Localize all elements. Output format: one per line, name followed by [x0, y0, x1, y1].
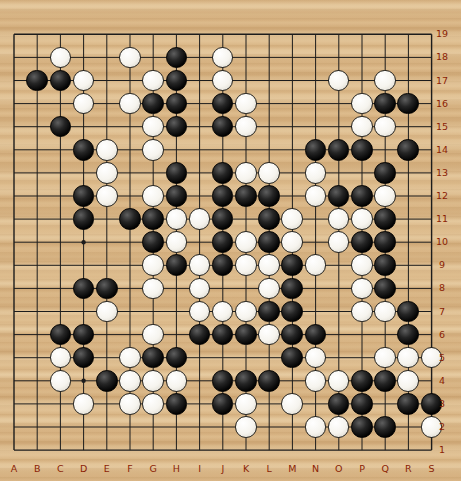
board-point-Q3[interactable] — [373, 392, 396, 415]
board-point-R2[interactable] — [397, 415, 420, 438]
board-point-J7[interactable] — [211, 300, 234, 323]
board-point-P18[interactable] — [350, 46, 373, 69]
board-point-N10[interactable] — [304, 231, 327, 254]
board-point-I14[interactable] — [188, 138, 211, 161]
board-point-L5[interactable] — [257, 346, 280, 369]
board-point-K3[interactable] — [234, 392, 257, 415]
board-point-D3[interactable] — [72, 392, 95, 415]
board-point-D8[interactable] — [72, 277, 95, 300]
board-point-F17[interactable] — [118, 69, 141, 92]
board-point-M11[interactable] — [281, 208, 304, 231]
board-point-R15[interactable] — [397, 115, 420, 138]
board-point-Q16[interactable] — [373, 92, 396, 115]
board-point-Q19[interactable] — [373, 23, 396, 46]
board-point-M5[interactable] — [281, 346, 304, 369]
board-point-D15[interactable] — [72, 115, 95, 138]
board-point-J12[interactable] — [211, 184, 234, 207]
board-point-K14[interactable] — [234, 138, 257, 161]
board-point-K6[interactable] — [234, 323, 257, 346]
board-point-D2[interactable] — [72, 415, 95, 438]
board-point-F13[interactable] — [118, 161, 141, 184]
board-point-B4[interactable] — [26, 369, 49, 392]
board-point-I3[interactable] — [188, 392, 211, 415]
board-point-Q2[interactable] — [373, 415, 396, 438]
board-point-H10[interactable] — [165, 231, 188, 254]
board-point-H4[interactable] — [165, 369, 188, 392]
board-point-C17[interactable] — [49, 69, 72, 92]
board-point-R6[interactable] — [397, 323, 420, 346]
board-point-K1[interactable] — [234, 438, 257, 461]
board-point-G12[interactable] — [142, 184, 165, 207]
board-point-A14[interactable] — [2, 138, 25, 161]
board-point-D11[interactable] — [72, 208, 95, 231]
board-point-K5[interactable] — [234, 346, 257, 369]
board-point-I2[interactable] — [188, 415, 211, 438]
board-point-L14[interactable] — [257, 138, 280, 161]
board-point-G9[interactable] — [142, 254, 165, 277]
board-point-G14[interactable] — [142, 138, 165, 161]
board-point-R3[interactable] — [397, 392, 420, 415]
board-point-P11[interactable] — [350, 208, 373, 231]
board-point-Q7[interactable] — [373, 300, 396, 323]
board-point-Q9[interactable] — [373, 254, 396, 277]
board-point-P8[interactable] — [350, 277, 373, 300]
board-point-K19[interactable] — [234, 23, 257, 46]
board-point-Q14[interactable] — [373, 138, 396, 161]
board-point-K16[interactable] — [234, 92, 257, 115]
board-point-L3[interactable] — [257, 392, 280, 415]
board-point-Q5[interactable] — [373, 346, 396, 369]
board-point-G13[interactable] — [142, 161, 165, 184]
board-point-A12[interactable] — [2, 184, 25, 207]
board-point-D5[interactable] — [72, 346, 95, 369]
board-point-Q6[interactable] — [373, 323, 396, 346]
board-point-D18[interactable] — [72, 46, 95, 69]
board-point-H19[interactable] — [165, 23, 188, 46]
board-point-F15[interactable] — [118, 115, 141, 138]
board-point-J16[interactable] — [211, 92, 234, 115]
board-point-N14[interactable] — [304, 138, 327, 161]
board-point-D1[interactable] — [72, 438, 95, 461]
board-point-B15[interactable] — [26, 115, 49, 138]
board-point-N12[interactable] — [304, 184, 327, 207]
board-point-H7[interactable] — [165, 300, 188, 323]
board-point-L17[interactable] — [257, 69, 280, 92]
board-point-F2[interactable] — [118, 415, 141, 438]
board-point-J2[interactable] — [211, 415, 234, 438]
board-point-O17[interactable] — [327, 69, 350, 92]
board-point-F1[interactable] — [118, 438, 141, 461]
board-point-G5[interactable] — [142, 346, 165, 369]
board-point-M1[interactable] — [281, 438, 304, 461]
board-point-C11[interactable] — [49, 208, 72, 231]
board-point-B12[interactable] — [26, 184, 49, 207]
board-point-H6[interactable] — [165, 323, 188, 346]
board-point-N2[interactable] — [304, 415, 327, 438]
board-point-H8[interactable] — [165, 277, 188, 300]
board-point-O10[interactable] — [327, 231, 350, 254]
board-point-H12[interactable] — [165, 184, 188, 207]
board-point-K18[interactable] — [234, 46, 257, 69]
board-point-J1[interactable] — [211, 438, 234, 461]
board-point-E1[interactable] — [95, 438, 118, 461]
board-point-I16[interactable] — [188, 92, 211, 115]
board-point-G18[interactable] — [142, 46, 165, 69]
board-point-O18[interactable] — [327, 46, 350, 69]
board-point-A13[interactable] — [2, 161, 25, 184]
board-point-C12[interactable] — [49, 184, 72, 207]
board-point-A2[interactable] — [2, 415, 25, 438]
board-point-G8[interactable] — [142, 277, 165, 300]
board-point-O14[interactable] — [327, 138, 350, 161]
board-point-R18[interactable] — [397, 46, 420, 69]
board-point-O7[interactable] — [327, 300, 350, 323]
board-point-O11[interactable] — [327, 208, 350, 231]
board-point-J19[interactable] — [211, 23, 234, 46]
board-point-G16[interactable] — [142, 92, 165, 115]
board-point-M17[interactable] — [281, 69, 304, 92]
board-point-Q10[interactable] — [373, 231, 396, 254]
board-point-C18[interactable] — [49, 46, 72, 69]
board-point-E15[interactable] — [95, 115, 118, 138]
board-point-P12[interactable] — [350, 184, 373, 207]
board-point-E6[interactable] — [95, 323, 118, 346]
board-point-B5[interactable] — [26, 346, 49, 369]
board-point-P16[interactable] — [350, 92, 373, 115]
board-point-N13[interactable] — [304, 161, 327, 184]
board-point-I13[interactable] — [188, 161, 211, 184]
board-point-J6[interactable] — [211, 323, 234, 346]
board-point-A17[interactable] — [2, 69, 25, 92]
board-point-M2[interactable] — [281, 415, 304, 438]
board-point-J14[interactable] — [211, 138, 234, 161]
board-point-Q12[interactable] — [373, 184, 396, 207]
board-point-P5[interactable] — [350, 346, 373, 369]
board-point-H15[interactable] — [165, 115, 188, 138]
board-point-B1[interactable] — [26, 438, 49, 461]
board-point-E12[interactable] — [95, 184, 118, 207]
board-point-C13[interactable] — [49, 161, 72, 184]
board-point-D16[interactable] — [72, 92, 95, 115]
board-point-R16[interactable] — [397, 92, 420, 115]
board-point-D7[interactable] — [72, 300, 95, 323]
board-point-M19[interactable] — [281, 23, 304, 46]
board-point-M13[interactable] — [281, 161, 304, 184]
board-point-F5[interactable] — [118, 346, 141, 369]
board-point-O6[interactable] — [327, 323, 350, 346]
board-point-C4[interactable] — [49, 369, 72, 392]
board-point-J11[interactable] — [211, 208, 234, 231]
board-point-E2[interactable] — [95, 415, 118, 438]
board-point-M7[interactable] — [281, 300, 304, 323]
board-point-I9[interactable] — [188, 254, 211, 277]
board-point-I11[interactable] — [188, 208, 211, 231]
board-point-Q15[interactable] — [373, 115, 396, 138]
board-point-C9[interactable] — [49, 254, 72, 277]
board-point-N17[interactable] — [304, 69, 327, 92]
board-point-A9[interactable] — [2, 254, 25, 277]
board-point-E7[interactable] — [95, 300, 118, 323]
board-point-F3[interactable] — [118, 392, 141, 415]
board-point-L4[interactable] — [257, 369, 280, 392]
board-point-B3[interactable] — [26, 392, 49, 415]
board-point-N1[interactable] — [304, 438, 327, 461]
board-point-I7[interactable] — [188, 300, 211, 323]
board-point-P9[interactable] — [350, 254, 373, 277]
board-point-J17[interactable] — [211, 69, 234, 92]
board-point-I6[interactable] — [188, 323, 211, 346]
board-point-P1[interactable] — [350, 438, 373, 461]
board-point-A16[interactable] — [2, 92, 25, 115]
board-point-C5[interactable] — [49, 346, 72, 369]
board-point-B16[interactable] — [26, 92, 49, 115]
board-point-D9[interactable] — [72, 254, 95, 277]
board-point-O19[interactable] — [327, 23, 350, 46]
board-point-M6[interactable] — [281, 323, 304, 346]
board-point-L18[interactable] — [257, 46, 280, 69]
board-point-A11[interactable] — [2, 208, 25, 231]
board-point-H5[interactable] — [165, 346, 188, 369]
board-point-R10[interactable] — [397, 231, 420, 254]
board-point-P15[interactable] — [350, 115, 373, 138]
board-point-D19[interactable] — [72, 23, 95, 46]
board-point-A4[interactable] — [2, 369, 25, 392]
board-point-G15[interactable] — [142, 115, 165, 138]
board-point-F4[interactable] — [118, 369, 141, 392]
board-point-I8[interactable] — [188, 277, 211, 300]
board-point-O4[interactable] — [327, 369, 350, 392]
board-point-N16[interactable] — [304, 92, 327, 115]
board-point-P14[interactable] — [350, 138, 373, 161]
board-point-C10[interactable] — [49, 231, 72, 254]
board-point-L1[interactable] — [257, 438, 280, 461]
board-point-F16[interactable] — [118, 92, 141, 115]
board-point-H1[interactable] — [165, 438, 188, 461]
board-point-H3[interactable] — [165, 392, 188, 415]
board-point-F7[interactable] — [118, 300, 141, 323]
board-point-E4[interactable] — [95, 369, 118, 392]
board-point-K17[interactable] — [234, 69, 257, 92]
board-point-M18[interactable] — [281, 46, 304, 69]
board-point-A6[interactable] — [2, 323, 25, 346]
board-point-P10[interactable] — [350, 231, 373, 254]
board-point-C19[interactable] — [49, 23, 72, 46]
board-point-B9[interactable] — [26, 254, 49, 277]
board-point-F19[interactable] — [118, 23, 141, 46]
board-point-N5[interactable] — [304, 346, 327, 369]
board-point-M9[interactable] — [281, 254, 304, 277]
board-point-L13[interactable] — [257, 161, 280, 184]
board-point-B2[interactable] — [26, 415, 49, 438]
board-point-M16[interactable] — [281, 92, 304, 115]
board-point-D14[interactable] — [72, 138, 95, 161]
board-point-O1[interactable] — [327, 438, 350, 461]
board-point-B7[interactable] — [26, 300, 49, 323]
board-point-J8[interactable] — [211, 277, 234, 300]
board-point-L10[interactable] — [257, 231, 280, 254]
board-point-M8[interactable] — [281, 277, 304, 300]
board-point-I19[interactable] — [188, 23, 211, 46]
board-point-I15[interactable] — [188, 115, 211, 138]
board-point-N19[interactable] — [304, 23, 327, 46]
board-point-L7[interactable] — [257, 300, 280, 323]
board-point-G7[interactable] — [142, 300, 165, 323]
board-point-R4[interactable] — [397, 369, 420, 392]
board-point-A18[interactable] — [2, 46, 25, 69]
board-point-M10[interactable] — [281, 231, 304, 254]
board-point-R1[interactable] — [397, 438, 420, 461]
board-point-A5[interactable] — [2, 346, 25, 369]
board-point-P6[interactable] — [350, 323, 373, 346]
board-point-L6[interactable] — [257, 323, 280, 346]
board-point-G11[interactable] — [142, 208, 165, 231]
board-point-B18[interactable] — [26, 46, 49, 69]
board-point-J18[interactable] — [211, 46, 234, 69]
board-point-C15[interactable] — [49, 115, 72, 138]
board-point-O5[interactable] — [327, 346, 350, 369]
board-point-M12[interactable] — [281, 184, 304, 207]
board-point-E16[interactable] — [95, 92, 118, 115]
board-point-P13[interactable] — [350, 161, 373, 184]
board-point-I10[interactable] — [188, 231, 211, 254]
board-point-J10[interactable] — [211, 231, 234, 254]
board-point-K15[interactable] — [234, 115, 257, 138]
board-point-C1[interactable] — [49, 438, 72, 461]
board-point-F10[interactable] — [118, 231, 141, 254]
board-point-K11[interactable] — [234, 208, 257, 231]
board-point-B13[interactable] — [26, 161, 49, 184]
board-point-A10[interactable] — [2, 231, 25, 254]
board-point-J9[interactable] — [211, 254, 234, 277]
board-point-O13[interactable] — [327, 161, 350, 184]
board-point-K9[interactable] — [234, 254, 257, 277]
board-point-F14[interactable] — [118, 138, 141, 161]
board-point-C8[interactable] — [49, 277, 72, 300]
board-point-D6[interactable] — [72, 323, 95, 346]
board-point-E5[interactable] — [95, 346, 118, 369]
board-point-K12[interactable] — [234, 184, 257, 207]
board-point-F6[interactable] — [118, 323, 141, 346]
board-point-Q11[interactable] — [373, 208, 396, 231]
board-point-R17[interactable] — [397, 69, 420, 92]
board-point-L2[interactable] — [257, 415, 280, 438]
board-point-H2[interactable] — [165, 415, 188, 438]
board-point-K8[interactable] — [234, 277, 257, 300]
board-point-C14[interactable] — [49, 138, 72, 161]
board-point-M4[interactable] — [281, 369, 304, 392]
board-point-P3[interactable] — [350, 392, 373, 415]
board-point-N8[interactable] — [304, 277, 327, 300]
board-point-H16[interactable] — [165, 92, 188, 115]
board-point-R13[interactable] — [397, 161, 420, 184]
board-point-F8[interactable] — [118, 277, 141, 300]
board-point-E14[interactable] — [95, 138, 118, 161]
board-point-I12[interactable] — [188, 184, 211, 207]
board-point-O16[interactable] — [327, 92, 350, 115]
board-point-R14[interactable] — [397, 138, 420, 161]
board-point-N4[interactable] — [304, 369, 327, 392]
board-point-C3[interactable] — [49, 392, 72, 415]
board-point-O8[interactable] — [327, 277, 350, 300]
board-point-N18[interactable] — [304, 46, 327, 69]
board-point-E18[interactable] — [95, 46, 118, 69]
board-point-F9[interactable] — [118, 254, 141, 277]
board-point-I5[interactable] — [188, 346, 211, 369]
board-point-E10[interactable] — [95, 231, 118, 254]
board-point-K2[interactable] — [234, 415, 257, 438]
board-point-D17[interactable] — [72, 69, 95, 92]
board-point-M14[interactable] — [281, 138, 304, 161]
board-point-N3[interactable] — [304, 392, 327, 415]
board-point-H13[interactable] — [165, 161, 188, 184]
board-point-Q8[interactable] — [373, 277, 396, 300]
board-point-B11[interactable] — [26, 208, 49, 231]
board-point-Q18[interactable] — [373, 46, 396, 69]
board-point-I1[interactable] — [188, 438, 211, 461]
board-point-A1[interactable] — [2, 438, 25, 461]
board-point-J13[interactable] — [211, 161, 234, 184]
board-point-F11[interactable] — [118, 208, 141, 231]
board-point-E13[interactable] — [95, 161, 118, 184]
board-point-H11[interactable] — [165, 208, 188, 231]
board-point-E11[interactable] — [95, 208, 118, 231]
board-point-E9[interactable] — [95, 254, 118, 277]
board-point-O2[interactable] — [327, 415, 350, 438]
board-point-B10[interactable] — [26, 231, 49, 254]
board-point-N7[interactable] — [304, 300, 327, 323]
board-point-J5[interactable] — [211, 346, 234, 369]
board-point-E17[interactable] — [95, 69, 118, 92]
board-point-G6[interactable] — [142, 323, 165, 346]
board-point-L15[interactable] — [257, 115, 280, 138]
board-point-R5[interactable] — [397, 346, 420, 369]
board-point-F12[interactable] — [118, 184, 141, 207]
go-board-grid[interactable] — [2, 23, 443, 462]
board-point-L19[interactable] — [257, 23, 280, 46]
board-point-N11[interactable] — [304, 208, 327, 231]
board-point-C16[interactable] — [49, 92, 72, 115]
board-point-R11[interactable] — [397, 208, 420, 231]
board-point-K7[interactable] — [234, 300, 257, 323]
board-point-G3[interactable] — [142, 392, 165, 415]
board-point-K13[interactable] — [234, 161, 257, 184]
board-point-M3[interactable] — [281, 392, 304, 415]
board-point-P4[interactable] — [350, 369, 373, 392]
board-point-N6[interactable] — [304, 323, 327, 346]
board-point-J3[interactable] — [211, 392, 234, 415]
board-point-G2[interactable] — [142, 415, 165, 438]
board-point-B14[interactable] — [26, 138, 49, 161]
board-point-G4[interactable] — [142, 369, 165, 392]
board-point-P17[interactable] — [350, 69, 373, 92]
board-point-E3[interactable] — [95, 392, 118, 415]
board-point-P19[interactable] — [350, 23, 373, 46]
board-point-G17[interactable] — [142, 69, 165, 92]
board-point-M15[interactable] — [281, 115, 304, 138]
board-point-Q13[interactable] — [373, 161, 396, 184]
board-point-D12[interactable] — [72, 184, 95, 207]
board-point-H9[interactable] — [165, 254, 188, 277]
board-point-R19[interactable] — [397, 23, 420, 46]
board-point-N15[interactable] — [304, 115, 327, 138]
board-point-A3[interactable] — [2, 392, 25, 415]
board-point-N9[interactable] — [304, 254, 327, 277]
board-point-B8[interactable] — [26, 277, 49, 300]
board-point-O15[interactable] — [327, 115, 350, 138]
board-point-G1[interactable] — [142, 438, 165, 461]
board-point-P2[interactable] — [350, 415, 373, 438]
board-point-P7[interactable] — [350, 300, 373, 323]
